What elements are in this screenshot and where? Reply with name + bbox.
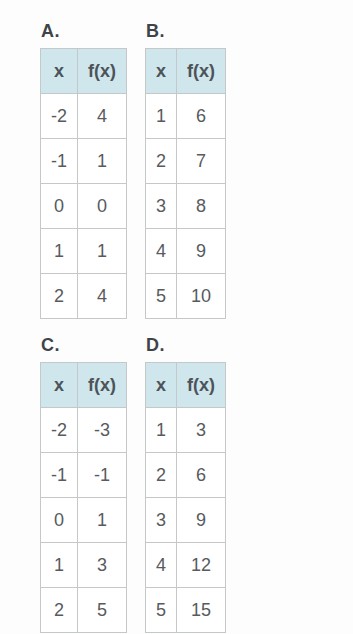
table-row: 38	[146, 184, 226, 229]
table-row: 16	[146, 94, 226, 139]
table-row: 25	[41, 588, 127, 633]
cell-x: 2	[146, 453, 177, 498]
cell-x: -1	[41, 453, 78, 498]
cell-x: 3	[146, 498, 177, 543]
tables-row-top: A. xf(x)-24-11001124 B. xf(x)16273849510	[40, 22, 353, 319]
table-label-c: C.	[41, 336, 127, 354]
table-label-d: D.	[146, 336, 226, 354]
cell-fx: 5	[78, 588, 127, 633]
function-table-c: xf(x)-2-3-1-1011325	[40, 362, 127, 633]
cell-x: 0	[41, 184, 78, 229]
function-table-a: xf(x)-24-11001124	[40, 48, 127, 319]
cell-fx: 9	[177, 229, 226, 274]
column-header-fx: f(x)	[177, 363, 226, 408]
cell-x: 1	[146, 94, 177, 139]
cell-fx: 3	[78, 543, 127, 588]
cell-x: 2	[146, 139, 177, 184]
header-row: xf(x)	[41, 363, 127, 408]
cell-fx: 1	[78, 498, 127, 543]
column-header-x: x	[41, 363, 78, 408]
cell-fx: 12	[177, 543, 226, 588]
cell-fx: 4	[78, 274, 127, 319]
cell-x: -2	[41, 94, 78, 139]
function-table-d: xf(x)132639412515	[145, 362, 226, 633]
tables-row-bottom: C. xf(x)-2-3-1-1011325 D. xf(x)132639412…	[40, 336, 353, 633]
table-block-d: D. xf(x)132639412515	[145, 336, 226, 633]
cell-fx: 10	[177, 274, 226, 319]
cell-x: 4	[146, 229, 177, 274]
function-table-b: xf(x)16273849510	[145, 48, 226, 319]
table-block-a: A. xf(x)-24-11001124	[40, 22, 127, 319]
cell-fx: 0	[78, 184, 127, 229]
table-row: -11	[41, 139, 127, 184]
table-block-c: C. xf(x)-2-3-1-1011325	[40, 336, 127, 633]
column-header-x: x	[41, 49, 78, 94]
table-row: 13	[146, 408, 226, 453]
cell-x: 0	[41, 498, 78, 543]
table-label-a: A.	[41, 22, 127, 40]
table-row: 01	[41, 498, 127, 543]
header-row: xf(x)	[41, 49, 127, 94]
cell-x: 5	[146, 588, 177, 633]
cell-fx: 3	[177, 408, 226, 453]
cell-fx: 9	[177, 498, 226, 543]
column-header-fx: f(x)	[177, 49, 226, 94]
table-row: 11	[41, 229, 127, 274]
answer-tables: A. xf(x)-24-11001124 B. xf(x)16273849510…	[0, 0, 353, 633]
table-row: -1-1	[41, 453, 127, 498]
table-row: -2-3	[41, 408, 127, 453]
table-row: 13	[41, 543, 127, 588]
cell-fx: -1	[78, 453, 127, 498]
table-row: 515	[146, 588, 226, 633]
header-row: xf(x)	[146, 363, 226, 408]
cell-fx: 1	[78, 139, 127, 184]
cell-fx: -3	[78, 408, 127, 453]
table-row: 27	[146, 139, 226, 184]
cell-fx: 4	[78, 94, 127, 139]
cell-x: 1	[146, 408, 177, 453]
column-header-fx: f(x)	[78, 49, 127, 94]
cell-x: 2	[41, 274, 78, 319]
cell-x: 4	[146, 543, 177, 588]
table-row: 00	[41, 184, 127, 229]
cell-x: 1	[41, 543, 78, 588]
cell-x: -2	[41, 408, 78, 453]
table-row: 24	[41, 274, 127, 319]
cell-fx: 7	[177, 139, 226, 184]
table-row: -24	[41, 94, 127, 139]
column-header-x: x	[146, 49, 177, 94]
table-row: 39	[146, 498, 226, 543]
table-label-b: B.	[146, 22, 226, 40]
cell-x: 3	[146, 184, 177, 229]
column-header-x: x	[146, 363, 177, 408]
cell-fx: 8	[177, 184, 226, 229]
cell-x: -1	[41, 139, 78, 184]
table-row: 510	[146, 274, 226, 319]
header-row: xf(x)	[146, 49, 226, 94]
cell-x: 5	[146, 274, 177, 319]
cell-fx: 6	[177, 94, 226, 139]
cell-fx: 6	[177, 453, 226, 498]
table-row: 26	[146, 453, 226, 498]
table-block-b: B. xf(x)16273849510	[145, 22, 226, 319]
table-row: 412	[146, 543, 226, 588]
cell-fx: 15	[177, 588, 226, 633]
table-row: 49	[146, 229, 226, 274]
cell-x: 1	[41, 229, 78, 274]
cell-x: 2	[41, 588, 78, 633]
cell-fx: 1	[78, 229, 127, 274]
column-header-fx: f(x)	[78, 363, 127, 408]
page: A. xf(x)-24-11001124 B. xf(x)16273849510…	[0, 0, 353, 634]
